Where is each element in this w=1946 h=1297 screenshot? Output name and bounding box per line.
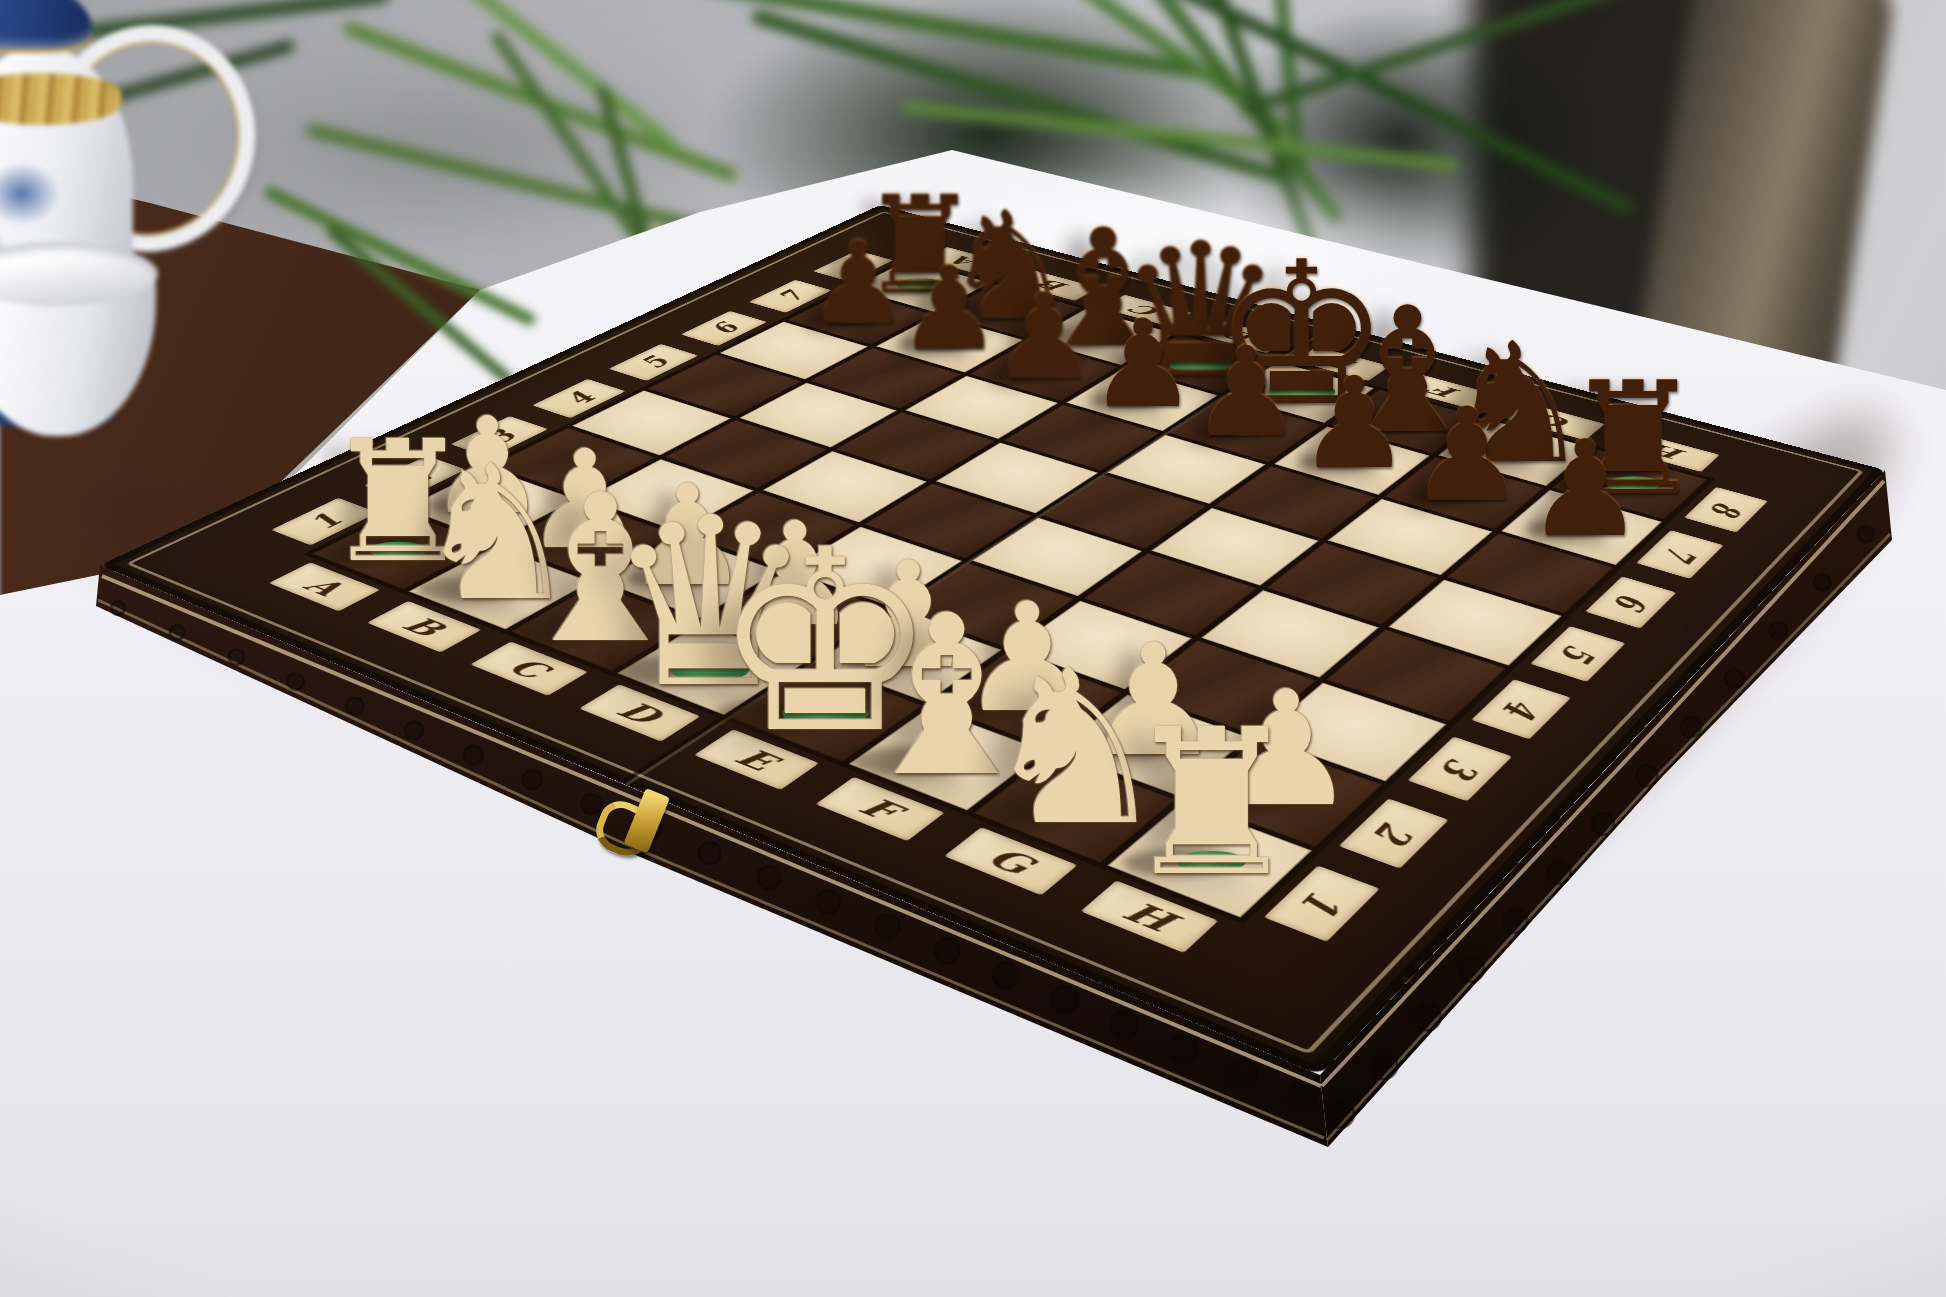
black-pawn-a7[interactable]: ♟: [807, 227, 909, 341]
black-pawn-e7[interactable]: ♟: [1191, 332, 1302, 456]
black-pawn-g7[interactable]: ♟: [1409, 391, 1525, 520]
black-pawn-b7[interactable]: ♟: [897, 252, 1001, 368]
black-pawn-h7[interactable]: ♟: [1526, 423, 1645, 555]
black-pawn-d7[interactable]: ♟: [1089, 304, 1198, 425]
pieces-layer: ♜♞♝♛♚♝♞♜♟♟♟♟♟♟♟♟♟♟♟♟♟♟♟♟♜♞♝♛♚♝♞♜: [0, 0, 1946, 1297]
white-rook-h1[interactable]: ♜: [1121, 703, 1302, 905]
black-pawn-f7[interactable]: ♟: [1297, 361, 1410, 488]
photo-scene: AA11BB22CC33DD44EE55FF66GG77HH88 ♜♞♝♛♚♝♞…: [0, 0, 1946, 1297]
black-pawn-c7[interactable]: ♟: [991, 277, 1097, 396]
